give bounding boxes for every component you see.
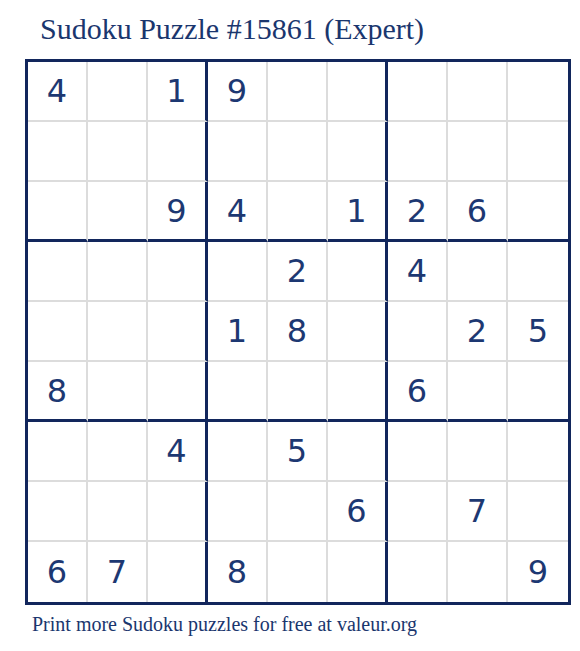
- cell-r2c1: [28, 122, 88, 182]
- cell-r3c1: [28, 182, 88, 242]
- cell-r1c7: [388, 62, 448, 122]
- cell-r2c9: [508, 122, 568, 182]
- cell-r5c4: 1: [208, 302, 268, 362]
- cell-r1c2: [88, 62, 148, 122]
- cell-r6c6: [328, 362, 388, 422]
- cell-r4c2: [88, 242, 148, 302]
- cell-r3c5: [268, 182, 328, 242]
- cell-r6c1: 8: [28, 362, 88, 422]
- cell-r9c5: [268, 542, 328, 602]
- cell-r7c2: [88, 422, 148, 482]
- cell-r8c8: 7: [448, 482, 508, 542]
- cell-r7c4: [208, 422, 268, 482]
- cell-r7c1: [28, 422, 88, 482]
- cell-r3c8: 6: [448, 182, 508, 242]
- cell-r5c3: [148, 302, 208, 362]
- cell-r6c4: [208, 362, 268, 422]
- cell-r3c4: 4: [208, 182, 268, 242]
- cell-r4c5: 2: [268, 242, 328, 302]
- cell-r6c8: [448, 362, 508, 422]
- cell-r1c5: [268, 62, 328, 122]
- cell-r6c2: [88, 362, 148, 422]
- cell-r6c3: [148, 362, 208, 422]
- cell-r8c3: [148, 482, 208, 542]
- cell-r9c7: [388, 542, 448, 602]
- cell-r3c6: 1: [328, 182, 388, 242]
- cell-r8c6: 6: [328, 482, 388, 542]
- cell-r8c9: [508, 482, 568, 542]
- cell-r2c4: [208, 122, 268, 182]
- cell-r2c7: [388, 122, 448, 182]
- cell-r7c5: 5: [268, 422, 328, 482]
- cell-r9c6: [328, 542, 388, 602]
- cell-r1c8: [448, 62, 508, 122]
- cell-r1c3: 1: [148, 62, 208, 122]
- cell-r4c9: [508, 242, 568, 302]
- cell-r5c9: 5: [508, 302, 568, 362]
- cell-r3c7: 2: [388, 182, 448, 242]
- cell-r4c1: [28, 242, 88, 302]
- cell-r8c2: [88, 482, 148, 542]
- cell-r8c1: [28, 482, 88, 542]
- cell-r1c9: [508, 62, 568, 122]
- footer-text: Print more Sudoku puzzles for free at va…: [32, 613, 417, 636]
- cell-r9c1: 6: [28, 542, 88, 602]
- cell-r7c6: [328, 422, 388, 482]
- cell-r4c3: [148, 242, 208, 302]
- cell-r3c9: [508, 182, 568, 242]
- cell-r4c4: [208, 242, 268, 302]
- cell-r2c3: [148, 122, 208, 182]
- cell-r7c7: [388, 422, 448, 482]
- cell-r9c9: 9: [508, 542, 568, 602]
- cell-r9c8: [448, 542, 508, 602]
- cell-r7c8: [448, 422, 508, 482]
- page-title: Sudoku Puzzle #15861 (Expert): [40, 12, 424, 46]
- cell-r5c6: [328, 302, 388, 362]
- cell-r9c4: 8: [208, 542, 268, 602]
- cell-r6c7: 6: [388, 362, 448, 422]
- cell-r3c2: [88, 182, 148, 242]
- cell-r1c1: 4: [28, 62, 88, 122]
- cell-r6c5: [268, 362, 328, 422]
- cell-r2c5: [268, 122, 328, 182]
- cell-r8c7: [388, 482, 448, 542]
- cell-r4c6: [328, 242, 388, 302]
- cell-r9c2: 7: [88, 542, 148, 602]
- sudoku-print-page: Sudoku Puzzle #15861 (Expert) 4199412624…: [0, 0, 580, 651]
- cell-r5c2: [88, 302, 148, 362]
- cell-r6c9: [508, 362, 568, 422]
- cell-r1c4: 9: [208, 62, 268, 122]
- cell-r5c1: [28, 302, 88, 362]
- cell-r5c7: [388, 302, 448, 362]
- cell-r8c4: [208, 482, 268, 542]
- cell-r4c7: 4: [388, 242, 448, 302]
- cell-r2c6: [328, 122, 388, 182]
- cell-r4c8: [448, 242, 508, 302]
- cell-r3c3: 9: [148, 182, 208, 242]
- cell-r7c9: [508, 422, 568, 482]
- cell-r9c3: [148, 542, 208, 602]
- cell-r8c5: [268, 482, 328, 542]
- cell-r7c3: 4: [148, 422, 208, 482]
- cell-r1c6: [328, 62, 388, 122]
- cell-r5c5: 8: [268, 302, 328, 362]
- cell-r2c8: [448, 122, 508, 182]
- sudoku-grid: 419941262418258645676789: [25, 59, 571, 605]
- cell-r2c2: [88, 122, 148, 182]
- cell-r5c8: 2: [448, 302, 508, 362]
